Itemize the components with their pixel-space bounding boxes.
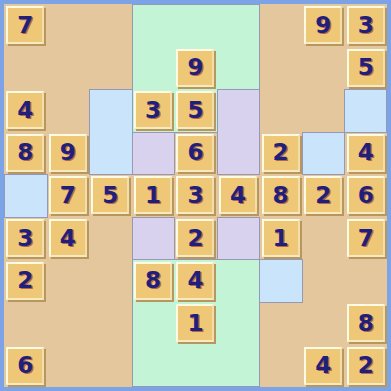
number-tile-2[interactable]: 2	[304, 176, 342, 214]
cell-r7c4[interactable]: 1	[174, 302, 217, 345]
cell-r0c0[interactable]: 7	[4, 4, 47, 47]
number-tile-4[interactable]: 4	[219, 176, 257, 214]
cell-r6c1[interactable]	[47, 259, 90, 302]
cell-r3c5[interactable]	[217, 132, 260, 175]
cell-r7c6[interactable]	[259, 302, 302, 345]
cell-r1c7[interactable]	[302, 47, 345, 90]
cell-r0c4[interactable]	[174, 4, 217, 47]
tile-number: 1	[273, 227, 289, 250]
cell-r2c7[interactable]	[302, 89, 345, 132]
tile-number: 6	[17, 354, 33, 377]
tile-number: 1	[145, 184, 161, 207]
number-tile-3[interactable]: 3	[176, 176, 214, 214]
number-tile-2[interactable]: 2	[262, 134, 300, 172]
cell-r8c0[interactable]: 6	[4, 344, 47, 387]
number-tile-3[interactable]: 3	[134, 91, 172, 129]
number-tile-1[interactable]: 1	[134, 176, 172, 214]
cell-r0c2[interactable]	[89, 4, 132, 47]
tile-number: 1	[187, 312, 203, 335]
tile-number: 7	[17, 14, 33, 37]
tile-number: 4	[230, 184, 246, 207]
cell-r4c3[interactable]: 1	[132, 174, 175, 217]
number-tile-6[interactable]: 6	[347, 176, 385, 214]
cell-r8c2[interactable]	[89, 344, 132, 387]
cell-r6c8[interactable]	[344, 259, 387, 302]
number-tile-4[interactable]: 4	[347, 134, 385, 172]
number-tile-2[interactable]: 2	[176, 219, 214, 257]
tile-number: 3	[17, 227, 33, 250]
number-tile-5[interactable]: 5	[347, 49, 385, 87]
cell-r3c6[interactable]: 2	[259, 132, 302, 175]
cell-r4c4[interactable]: 3	[174, 174, 217, 217]
tile-number: 8	[358, 312, 374, 335]
tile-number: 3	[358, 14, 374, 37]
cell-r1c4[interactable]: 9	[174, 47, 217, 90]
number-tile-8[interactable]: 8	[6, 134, 44, 172]
cell-r4c0[interactable]	[4, 174, 47, 217]
cell-r3c8[interactable]: 4	[344, 132, 387, 175]
tile-number: 4	[17, 99, 33, 122]
tile-number: 2	[315, 184, 331, 207]
tile-number: 2	[273, 141, 289, 164]
number-tile-3[interactable]: 3	[6, 219, 44, 257]
cell-r8c1[interactable]	[47, 344, 90, 387]
cell-r6c7[interactable]	[302, 259, 345, 302]
tile-number: 3	[145, 99, 161, 122]
tile-number: 9	[60, 141, 76, 164]
cell-r0c1[interactable]	[47, 4, 90, 47]
cell-r7c1[interactable]	[47, 302, 90, 345]
sudoku-board-frame: 7939543589624751348263421728418642	[0, 0, 391, 391]
cell-r3c0[interactable]: 8	[4, 132, 47, 175]
cell-r8c4[interactable]	[174, 344, 217, 387]
cell-r4c2[interactable]: 5	[89, 174, 132, 217]
tile-number: 4	[187, 269, 203, 292]
tile-number: 3	[187, 184, 203, 207]
cell-r3c2[interactable]	[89, 132, 132, 175]
number-tile-9[interactable]: 9	[176, 49, 214, 87]
cell-r1c1[interactable]	[47, 47, 90, 90]
cell-r3c1[interactable]: 9	[47, 132, 90, 175]
cell-r8c3[interactable]	[132, 344, 175, 387]
tile-number: 6	[358, 184, 374, 207]
number-tile-7[interactable]: 7	[49, 176, 87, 214]
cell-r6c5[interactable]	[217, 259, 260, 302]
tile-number: 2	[17, 269, 33, 292]
cell-r1c0[interactable]	[4, 47, 47, 90]
cell-r2c1[interactable]	[47, 89, 90, 132]
cell-r6c4[interactable]: 4	[174, 259, 217, 302]
cell-r7c8[interactable]: 8	[344, 302, 387, 345]
cell-r5c7[interactable]	[302, 217, 345, 260]
number-tile-8[interactable]: 8	[262, 176, 300, 214]
tile-number: 5	[358, 56, 374, 79]
cell-r6c6[interactable]	[259, 259, 302, 302]
cell-r8c5[interactable]	[217, 344, 260, 387]
cell-r5c4[interactable]: 2	[174, 217, 217, 260]
tile-number: 6	[187, 141, 203, 164]
cell-r4c6[interactable]: 8	[259, 174, 302, 217]
cell-r8c7[interactable]: 4	[302, 344, 345, 387]
cell-r7c7[interactable]	[302, 302, 345, 345]
cell-r5c8[interactable]: 7	[344, 217, 387, 260]
cell-r5c0[interactable]: 3	[4, 217, 47, 260]
cell-r3c7[interactable]	[302, 132, 345, 175]
number-tile-2[interactable]: 2	[347, 347, 385, 385]
number-tile-4[interactable]: 4	[6, 91, 44, 129]
number-tile-9[interactable]: 9	[49, 134, 87, 172]
tile-number: 8	[145, 269, 161, 292]
cell-r4c7[interactable]: 2	[302, 174, 345, 217]
cell-r1c5[interactable]	[217, 47, 260, 90]
tile-number: 4	[60, 227, 76, 250]
cell-r4c5[interactable]: 4	[217, 174, 260, 217]
cell-r8c6[interactable]	[259, 344, 302, 387]
tile-number: 7	[60, 184, 76, 207]
tile-number: 9	[315, 14, 331, 37]
tile-number: 5	[102, 184, 118, 207]
number-tile-8[interactable]: 8	[347, 304, 385, 342]
tile-number: 8	[17, 141, 33, 164]
tile-number: 5	[187, 99, 203, 122]
cell-r0c5[interactable]	[217, 4, 260, 47]
number-tile-1[interactable]: 1	[176, 304, 214, 342]
tile-number: 2	[187, 227, 203, 250]
number-tile-1[interactable]: 1	[262, 219, 300, 257]
cell-r0c3[interactable]	[132, 4, 175, 47]
cell-r2c3[interactable]: 3	[132, 89, 175, 132]
cell-r6c2[interactable]	[89, 259, 132, 302]
tile-number: 4	[358, 141, 374, 164]
number-tile-7[interactable]: 7	[6, 6, 44, 44]
cell-r5c5[interactable]	[217, 217, 260, 260]
number-tile-9[interactable]: 9	[304, 6, 342, 44]
number-tile-2[interactable]: 2	[6, 262, 44, 300]
cell-r3c3[interactable]	[132, 132, 175, 175]
cell-r5c2[interactable]	[89, 217, 132, 260]
number-tile-5[interactable]: 5	[91, 176, 129, 214]
tile-number: 8	[273, 184, 289, 207]
cell-r4c1[interactable]: 7	[47, 174, 90, 217]
cell-r6c0[interactable]: 2	[4, 259, 47, 302]
cell-r7c2[interactable]	[89, 302, 132, 345]
cell-r6c3[interactable]: 8	[132, 259, 175, 302]
number-tile-6[interactable]: 6	[6, 347, 44, 385]
cell-r2c0[interactable]: 4	[4, 89, 47, 132]
cell-r4c8[interactable]: 6	[344, 174, 387, 217]
cell-r5c1[interactable]: 4	[47, 217, 90, 260]
cell-r2c6[interactable]	[259, 89, 302, 132]
number-tile-6[interactable]: 6	[176, 134, 214, 172]
tile-number: 2	[358, 354, 374, 377]
number-tile-4[interactable]: 4	[49, 219, 87, 257]
cell-r0c8[interactable]: 3	[344, 4, 387, 47]
number-tile-7[interactable]: 7	[347, 219, 385, 257]
cell-r2c4[interactable]: 5	[174, 89, 217, 132]
number-tile-5[interactable]: 5	[176, 91, 214, 129]
sudoku-board-grid: 7939543589624751348263421728418642	[4, 4, 387, 387]
cell-r7c3[interactable]	[132, 302, 175, 345]
cell-r7c0[interactable]	[4, 302, 47, 345]
cell-r0c7[interactable]: 9	[302, 4, 345, 47]
cell-r2c8[interactable]	[344, 89, 387, 132]
cell-r1c6[interactable]	[259, 47, 302, 90]
number-tile-4[interactable]: 4	[304, 347, 342, 385]
number-tile-8[interactable]: 8	[134, 262, 172, 300]
tile-number: 4	[315, 354, 331, 377]
cell-r5c3[interactable]	[132, 217, 175, 260]
cell-r3c4[interactable]: 6	[174, 132, 217, 175]
cell-r1c2[interactable]	[89, 47, 132, 90]
cell-r2c2[interactable]	[89, 89, 132, 132]
number-tile-3[interactable]: 3	[347, 6, 385, 44]
cell-r1c8[interactable]: 5	[344, 47, 387, 90]
cell-r0c6[interactable]	[259, 4, 302, 47]
cell-r2c5[interactable]	[217, 89, 260, 132]
tile-number: 7	[358, 227, 374, 250]
cell-r1c3[interactable]	[132, 47, 175, 90]
cell-r5c6[interactable]: 1	[259, 217, 302, 260]
cell-r8c8[interactable]: 2	[344, 344, 387, 387]
number-tile-4[interactable]: 4	[176, 262, 214, 300]
tile-number: 9	[187, 56, 203, 79]
cell-r7c5[interactable]	[217, 302, 260, 345]
